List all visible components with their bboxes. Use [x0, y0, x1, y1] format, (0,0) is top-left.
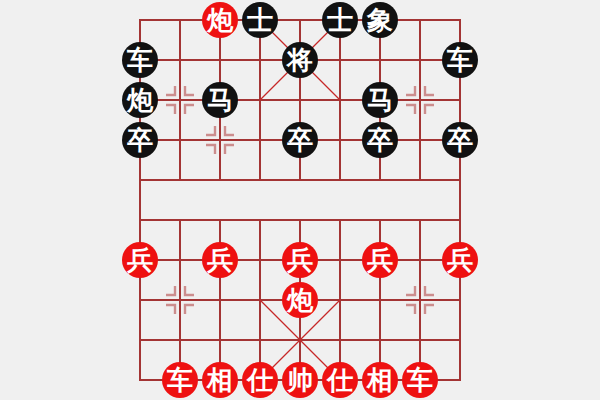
black-cannon[interactable]: 炮 [122, 82, 158, 118]
black-chariot[interactable]: 车 [122, 42, 158, 78]
xiangqi-board: 炮士士象车将车炮马马卒卒卒卒兵兵兵兵兵炮车相仕帅仕相车 [0, 0, 600, 400]
red-elephant[interactable]: 相 [202, 362, 238, 398]
red-cannon[interactable]: 炮 [202, 2, 238, 38]
red-cannon[interactable]: 炮 [282, 282, 318, 318]
black-horse[interactable]: 马 [362, 82, 398, 118]
red-soldier[interactable]: 兵 [362, 242, 398, 278]
red-elephant[interactable]: 相 [362, 362, 398, 398]
red-chariot[interactable]: 车 [162, 362, 198, 398]
red-general[interactable]: 帅 [282, 362, 318, 398]
red-soldier[interactable]: 兵 [122, 242, 158, 278]
red-soldier[interactable]: 兵 [282, 242, 318, 278]
black-soldier[interactable]: 卒 [362, 122, 398, 158]
red-advisor[interactable]: 仕 [242, 362, 278, 398]
black-general[interactable]: 将 [282, 42, 318, 78]
black-horse[interactable]: 马 [202, 82, 238, 118]
red-advisor[interactable]: 仕 [322, 362, 358, 398]
red-soldier[interactable]: 兵 [202, 242, 238, 278]
black-soldier[interactable]: 卒 [442, 122, 478, 158]
black-chariot[interactable]: 车 [442, 42, 478, 78]
red-soldier[interactable]: 兵 [442, 242, 478, 278]
black-soldier[interactable]: 卒 [122, 122, 158, 158]
black-advisor[interactable]: 士 [322, 2, 358, 38]
black-advisor[interactable]: 士 [242, 2, 278, 38]
black-soldier[interactable]: 卒 [282, 122, 318, 158]
red-chariot[interactable]: 车 [402, 362, 438, 398]
black-elephant[interactable]: 象 [362, 2, 398, 38]
